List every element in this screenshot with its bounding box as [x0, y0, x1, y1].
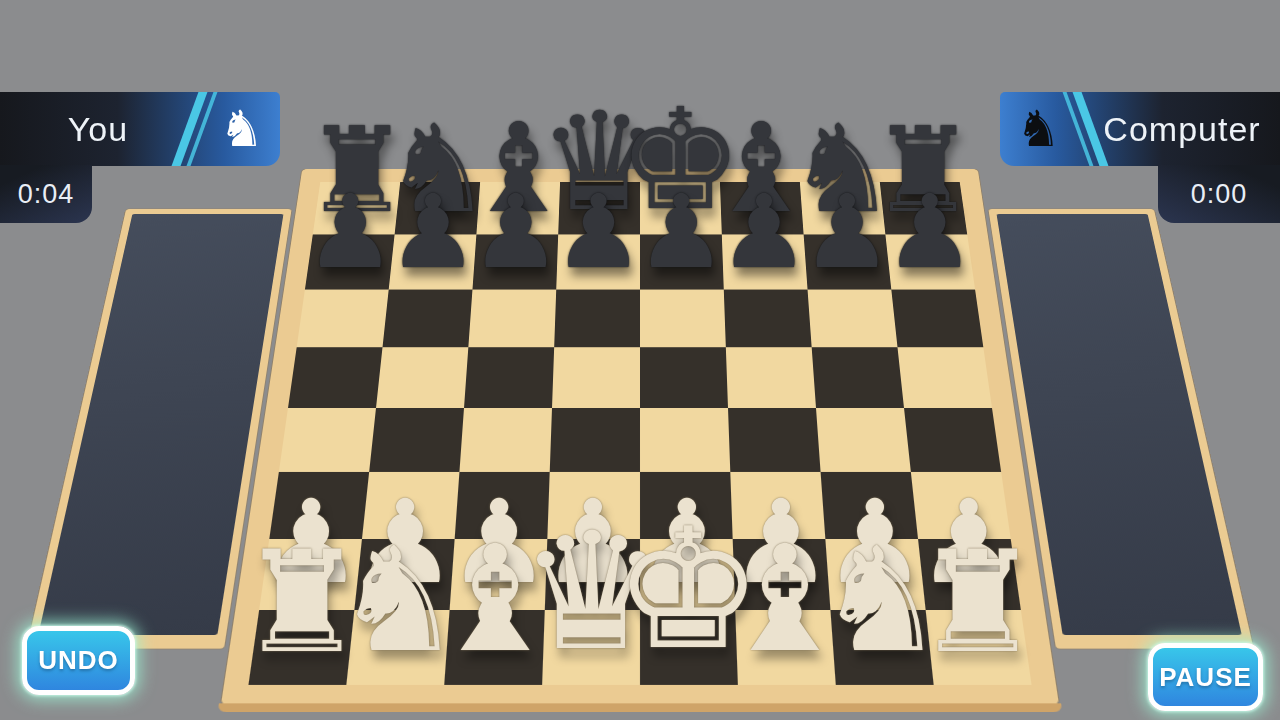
black-pawn-d7[interactable]: ♟ — [553, 183, 644, 285]
undo-button[interactable]: UNDO — [22, 626, 135, 695]
player-name-you: You — [0, 92, 196, 166]
white-rook-h1[interactable]: ♜ — [915, 533, 1041, 673]
black-knight-icon: ♞ — [1016, 104, 1061, 154]
black-pawn-h7[interactable]: ♟ — [884, 183, 975, 285]
black-pawn-f7[interactable]: ♟ — [719, 183, 810, 285]
clock-you: 0:04 — [0, 165, 92, 223]
white-knight-icon: ♞ — [219, 104, 264, 154]
player-banner-you: You ♞ — [0, 92, 280, 166]
banner-stripes — [185, 92, 204, 166]
clock-computer: 0:00 — [1158, 165, 1280, 223]
black-pawn-a7[interactable]: ♟ — [305, 183, 396, 285]
pause-button[interactable]: PAUSE — [1148, 643, 1263, 711]
black-pawn-e7[interactable]: ♟ — [636, 183, 727, 285]
black-pawn-g7[interactable]: ♟ — [801, 183, 892, 285]
player-name-computer: Computer — [1084, 92, 1280, 166]
black-pawn-b7[interactable]: ♟ — [388, 183, 479, 285]
black-pawn-c7[interactable]: ♟ — [470, 183, 561, 285]
player-banner-computer: ♞ Computer — [1000, 92, 1280, 166]
